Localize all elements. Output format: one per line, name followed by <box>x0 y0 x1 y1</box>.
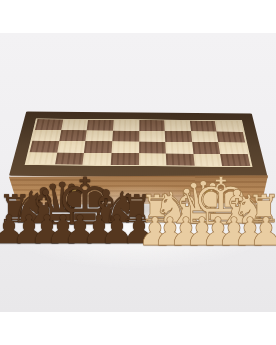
board-square <box>139 131 166 142</box>
board-square <box>84 141 112 153</box>
board-square <box>139 142 166 154</box>
board-square <box>113 120 139 131</box>
board-square <box>87 120 114 131</box>
board-square <box>35 119 63 130</box>
product-photo: ♜♞♝♛♚♝♞♜♟♟♟♟♟♟♟♟♜♞♝♛♚♝♞♜♟♟♟♟♟♟♟♟ <box>0 0 276 345</box>
board-square <box>57 141 86 153</box>
board-square <box>217 131 245 142</box>
board-square <box>165 131 192 142</box>
board-square <box>111 141 138 153</box>
board-square <box>30 141 59 153</box>
board-square <box>215 121 243 132</box>
board-square <box>166 153 195 165</box>
chess-piece-light-pawn: ♟ <box>249 212 276 251</box>
board-square <box>192 142 220 154</box>
board-square <box>219 142 248 154</box>
board-square <box>61 120 88 131</box>
board-square <box>139 120 165 131</box>
board-square <box>86 130 113 141</box>
board-square <box>139 153 167 165</box>
board-square <box>164 120 190 131</box>
board-square <box>190 121 217 132</box>
board-square <box>191 131 219 142</box>
checkerboard <box>25 118 253 167</box>
board-square <box>27 152 57 164</box>
board-square <box>59 130 87 141</box>
board-square <box>32 130 61 141</box>
board-square <box>165 142 193 154</box>
board-square <box>111 153 139 165</box>
board-square <box>112 130 139 141</box>
